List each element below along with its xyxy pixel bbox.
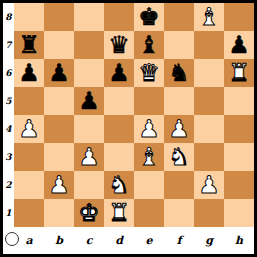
piece-black-knight: ♞ (168, 59, 190, 87)
piece-white-pawn: ♟ (198, 171, 220, 199)
piece-black-king: ♚ (138, 3, 160, 31)
rank-label-4: 4 (3, 115, 14, 143)
square-g2[interactable]: ♟ (194, 171, 224, 199)
square-g4[interactable] (194, 115, 224, 143)
square-h8[interactable] (224, 3, 254, 31)
square-c7[interactable] (74, 31, 104, 59)
piece-black-pawn: ♟ (18, 59, 40, 87)
square-g1[interactable] (194, 199, 224, 227)
piece-white-bishop: ♝ (138, 143, 160, 171)
piece-white-pawn: ♟ (18, 115, 40, 143)
square-b3[interactable] (44, 143, 74, 171)
square-c1[interactable]: ♚ (74, 199, 104, 227)
square-f3[interactable]: ♞ (164, 143, 194, 171)
square-e7[interactable]: ♝ (134, 31, 164, 59)
square-e1[interactable] (134, 199, 164, 227)
square-d8[interactable] (104, 3, 134, 31)
square-f4[interactable]: ♟ (164, 115, 194, 143)
piece-white-pawn: ♟ (48, 171, 70, 199)
square-b2[interactable]: ♟ (44, 171, 74, 199)
piece-black-pawn: ♟ (48, 59, 70, 87)
square-h5[interactable] (224, 87, 254, 115)
piece-white-pawn: ♟ (138, 115, 160, 143)
square-h6[interactable]: ♜ (224, 59, 254, 87)
square-e6[interactable]: ♛ (134, 59, 164, 87)
piece-white-rook: ♜ (108, 199, 130, 227)
square-e8[interactable]: ♚ (134, 3, 164, 31)
square-h4[interactable] (224, 115, 254, 143)
square-d6[interactable]: ♟ (104, 59, 134, 87)
square-f2[interactable] (164, 171, 194, 199)
square-d3[interactable] (104, 143, 134, 171)
rank-label-7: 7 (3, 31, 14, 59)
piece-white-knight: ♞ (168, 143, 190, 171)
square-f6[interactable]: ♞ (164, 59, 194, 87)
square-d4[interactable] (104, 115, 134, 143)
piece-white-knight: ♞ (108, 171, 130, 199)
square-a8[interactable] (14, 3, 44, 31)
square-d1[interactable]: ♜ (104, 199, 134, 227)
piece-white-bishop: ♝ (198, 3, 220, 31)
rank-label-2: 2 (3, 171, 14, 199)
file-label-e: e (134, 227, 164, 254)
white-to-move-indicator (5, 232, 19, 246)
square-b1[interactable] (44, 199, 74, 227)
rank-label-1: 1 (3, 199, 14, 227)
square-f5[interactable] (164, 87, 194, 115)
rank-label-6: 6 (3, 59, 14, 87)
square-h1[interactable] (224, 199, 254, 227)
square-e3[interactable]: ♝ (134, 143, 164, 171)
square-c6[interactable] (74, 59, 104, 87)
rank-label-5: 5 (3, 87, 14, 115)
square-c3[interactable]: ♟ (74, 143, 104, 171)
square-a7[interactable]: ♜ (14, 31, 44, 59)
rank-label-3: 3 (3, 143, 14, 171)
square-a2[interactable] (14, 171, 44, 199)
square-f8[interactable] (164, 3, 194, 31)
square-g5[interactable] (194, 87, 224, 115)
piece-black-queen: ♛ (108, 31, 130, 59)
file-label-d: d (104, 227, 134, 254)
square-a3[interactable] (14, 143, 44, 171)
square-h7[interactable]: ♟ (224, 31, 254, 59)
piece-white-rook: ♜ (228, 59, 250, 87)
square-c2[interactable] (74, 171, 104, 199)
chess-board[interactable]: ♚♝♜♛♝♟♟♟♟♛♞♜♟♟♟♟♟♝♞♟♞♟♚♜ (14, 3, 254, 227)
square-b8[interactable] (44, 3, 74, 31)
square-b7[interactable] (44, 31, 74, 59)
square-c5[interactable]: ♟ (74, 87, 104, 115)
piece-white-pawn: ♟ (78, 143, 100, 171)
square-g6[interactable] (194, 59, 224, 87)
piece-black-rook: ♜ (18, 31, 40, 59)
file-label-f: f (164, 227, 194, 254)
square-a6[interactable]: ♟ (14, 59, 44, 87)
square-a4[interactable]: ♟ (14, 115, 44, 143)
square-e5[interactable] (134, 87, 164, 115)
square-c4[interactable] (74, 115, 104, 143)
piece-black-pawn: ♟ (228, 31, 250, 59)
piece-black-pawn: ♟ (108, 59, 130, 87)
file-label-g: g (194, 227, 224, 254)
rank-labels: 87654321 (3, 3, 14, 227)
square-d2[interactable]: ♞ (104, 171, 134, 199)
square-d7[interactable]: ♛ (104, 31, 134, 59)
piece-black-bishop: ♝ (138, 31, 160, 59)
square-g3[interactable] (194, 143, 224, 171)
square-b6[interactable]: ♟ (44, 59, 74, 87)
square-b4[interactable] (44, 115, 74, 143)
square-e4[interactable]: ♟ (134, 115, 164, 143)
file-label-c: c (74, 227, 104, 254)
chess-diagram: 87654321 ♚♝♜♛♝♟♟♟♟♛♞♜♟♟♟♟♟♝♞♟♞♟♚♜ abcdef… (0, 0, 257, 257)
piece-white-pawn: ♟ (168, 115, 190, 143)
square-b5[interactable] (44, 87, 74, 115)
square-g7[interactable] (194, 31, 224, 59)
square-a5[interactable] (14, 87, 44, 115)
rank-label-8: 8 (3, 3, 14, 31)
file-label-b: b (44, 227, 74, 254)
square-h3[interactable] (224, 143, 254, 171)
piece-black-pawn: ♟ (78, 87, 100, 115)
square-a1[interactable] (14, 199, 44, 227)
square-f7[interactable] (164, 31, 194, 59)
square-g8[interactable]: ♝ (194, 3, 224, 31)
square-e2[interactable] (134, 171, 164, 199)
square-c8[interactable] (74, 3, 104, 31)
piece-white-queen: ♛ (138, 59, 160, 87)
file-label-h: h (224, 227, 254, 254)
square-d5[interactable] (104, 87, 134, 115)
square-h2[interactable] (224, 171, 254, 199)
piece-white-king: ♚ (78, 199, 100, 227)
square-f1[interactable] (164, 199, 194, 227)
file-labels: abcdefgh (14, 227, 254, 254)
